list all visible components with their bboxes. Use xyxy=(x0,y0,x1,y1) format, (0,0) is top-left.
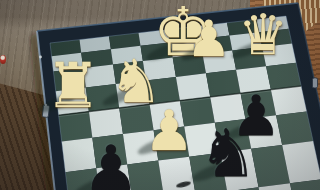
photo-scene: ♛♚♟♞♜♟♟♞♟ xyxy=(0,0,320,190)
hinge xyxy=(313,78,318,88)
hinge xyxy=(42,105,49,118)
chess-board xyxy=(0,0,320,190)
